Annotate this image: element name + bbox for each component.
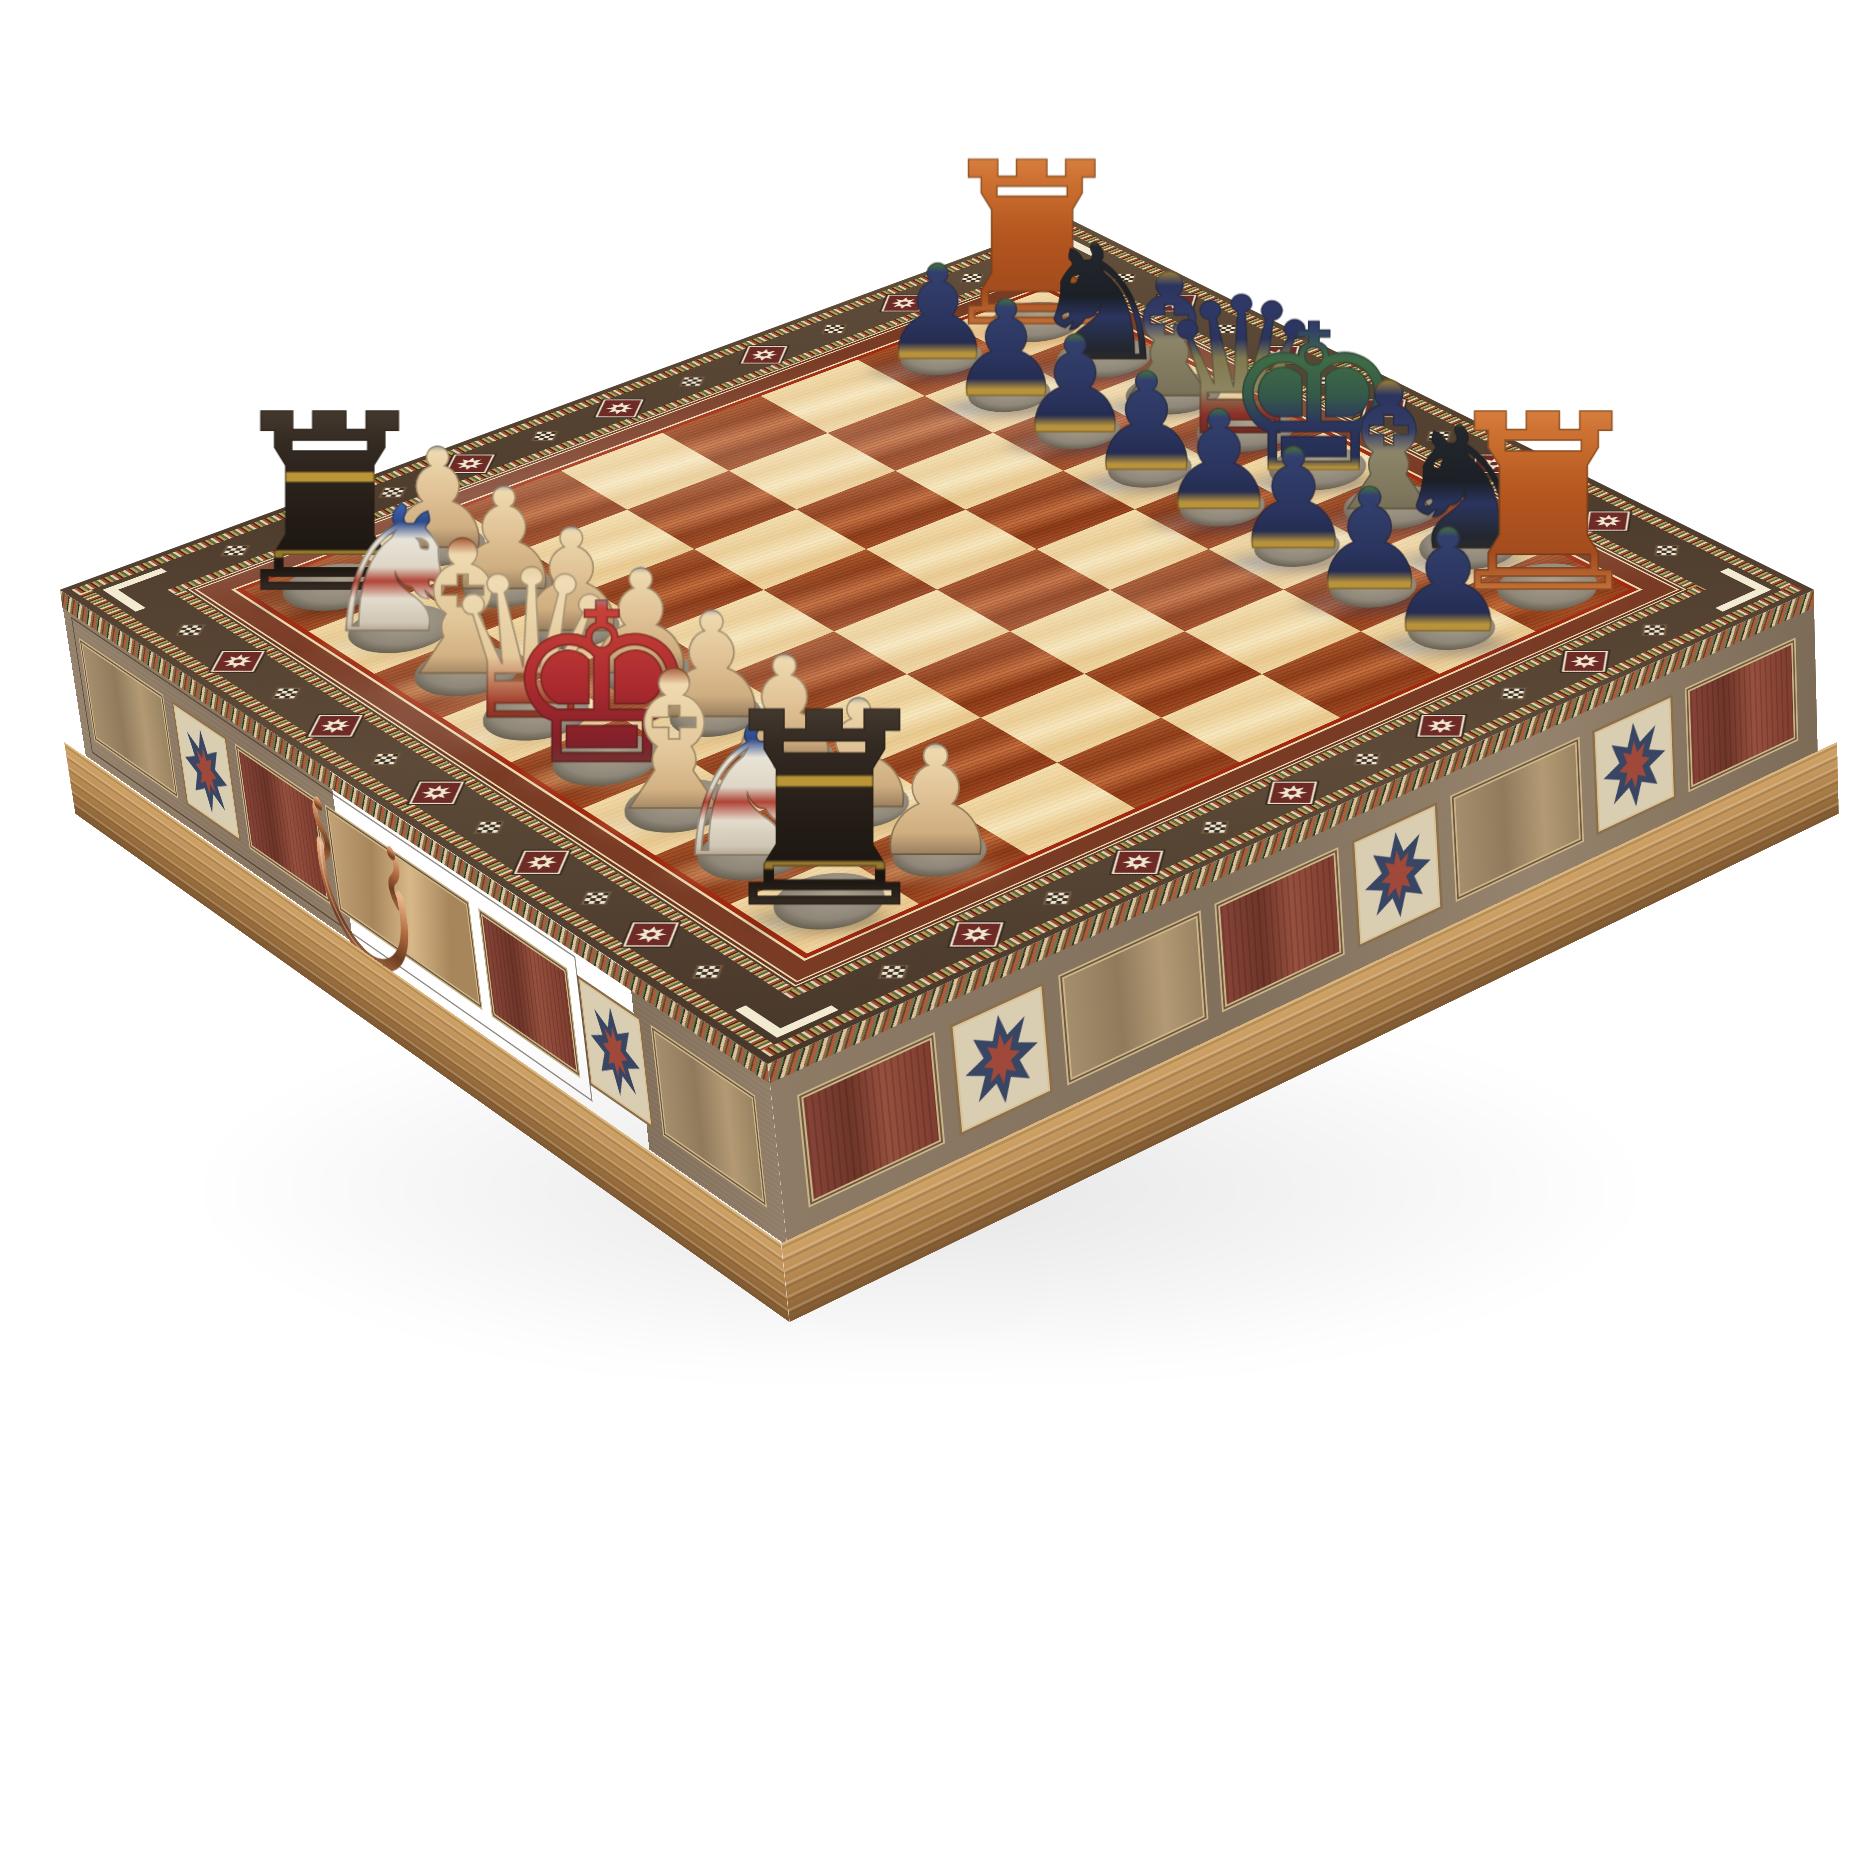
mosaic-star-medallion — [213, 652, 262, 671]
mosaic-checker-tile — [476, 822, 502, 833]
mosaic-checker-tile — [694, 966, 721, 978]
mosaic-checker-tile — [372, 754, 398, 764]
mosaic-checker-tile — [1503, 688, 1525, 698]
mosaic-star-medallion — [952, 924, 1001, 946]
chessboard-box: ♜♞♝♛♚♝♞♜♟♟♟♟♟♟♟♟♟♟♟♟♟♟♟♟♜♞♝♛♚♝♞♜ — [60, 219, 1814, 1064]
mosaic-checker-tile — [1644, 625, 1666, 635]
mosaic-star-medallion — [626, 924, 677, 946]
mosaic-checker-tile — [681, 377, 704, 385]
scene: ♜♞♝♛♚♝♞♜♟♟♟♟♟♟♟♟♟♟♟♟♟♟♟♟♜♞♝♛♚♝♞♜ — [317, 0, 1557, 1210]
mosaic-star-medallion — [517, 852, 567, 873]
mosaic-star-medallion — [598, 400, 642, 416]
mosaic-star-medallion — [1420, 716, 1463, 736]
star-mosaic-tile — [1592, 694, 1676, 836]
mosaic-star-medallion — [1270, 783, 1315, 803]
mosaic-checker-tile — [1204, 822, 1228, 833]
mosaic-checker-tile — [1356, 754, 1379, 764]
mosaic-star-medallion — [1114, 852, 1161, 873]
mosaic-star-medallion — [1564, 652, 1606, 671]
mosaic-star-medallion — [743, 347, 785, 363]
mosaic-checker-tile — [534, 432, 557, 441]
star-mosaic-tile — [1352, 802, 1443, 949]
mosaic-star-medallion — [311, 716, 361, 736]
mosaic-checker-tile — [583, 892, 610, 903]
mosaic-checker-tile — [177, 625, 203, 635]
mosaic-checker-tile — [1045, 892, 1070, 903]
star-mosaic-tile — [949, 982, 1053, 1136]
product-photo-canvas: ♜♞♝♛♚♝♞♜♟♟♟♟♟♟♟♟♟♟♟♟♟♟♟♟♜♞♝♛♚♝♞♜ — [0, 0, 1875, 1875]
mosaic-checker-tile — [1656, 546, 1677, 555]
mosaic-checker-tile — [824, 325, 846, 333]
mosaic-checker-tile — [273, 688, 299, 698]
mosaic-star-medallion — [412, 783, 462, 803]
mosaic-checker-tile — [881, 966, 907, 978]
